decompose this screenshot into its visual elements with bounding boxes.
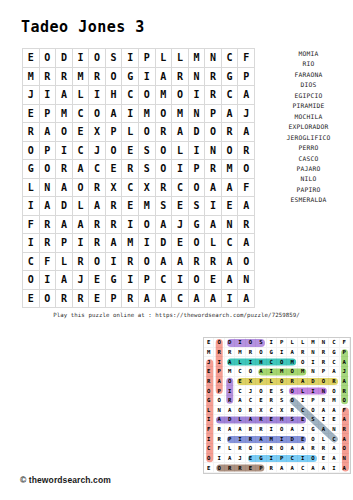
solution-cell-r4c11: N [308,367,318,377]
solution-cell-r11c11: O [308,434,318,444]
solution-cell-r13c4: J [235,454,245,464]
grid-cell-r3c13: C [222,86,239,105]
solution-cell-r2c5: R [246,348,256,358]
solution-cell-r12c10: A [298,444,308,454]
solution-cell-r9c12: I [319,415,329,425]
grid-cell-r3c2: I [40,86,57,105]
solution-cell-r12c14: O [340,444,350,454]
solution-cell-r11c2: R [214,434,224,444]
grid-cell-r9c3: D [56,197,73,216]
grid-cell-r6c13: O [222,142,239,161]
solution-cell-r3c1: J [204,357,214,367]
grid-cell-r14c12: A [205,290,222,309]
solution-cell-r2c1: M [204,348,214,358]
solution-cell-r2c6: O [256,348,266,358]
grid-cell-r11c8: I [139,234,156,253]
grid-cell-r3c5: I [89,86,106,105]
grid-cell-r9c11: S [189,197,206,216]
grid-cell-r1c6: S [106,49,123,68]
solution-cell-r8c8: X [277,406,287,416]
grid-cell-r9c14: A [238,197,255,216]
grid-cell-r6c3: I [56,142,73,161]
solution-cell-r12c7: R [267,444,277,454]
solution-cell-r5c4: E [235,377,245,387]
grid-cell-r3c14: A [238,86,255,105]
solution-cell-r4c1: E [204,367,214,377]
solution-cell-r10c3: A [225,425,235,435]
solution-cell-r3c14: A [340,357,350,367]
grid-cell-r5c6: P [106,123,123,142]
solution-cell-r8c4: O [235,406,245,416]
grid-cell-r3c4: L [73,86,90,105]
grid-cell-r4c10: M [172,105,189,124]
solution-cell-r10c4: A [235,425,245,435]
grid-cell-r5c9: R [156,123,173,142]
grid-cell-r13c13: A [222,271,239,290]
solution-cell-r3c4: L [235,357,245,367]
grid-cell-r14c6: P [106,290,123,309]
grid-cell-r2c12: R [205,68,222,87]
solution-cell-r7c9: O [287,396,297,406]
grid-cell-r13c8: P [139,271,156,290]
word-item-piramide: PIRAMIDE [264,101,353,111]
grid-cell-r1c5: O [89,49,106,68]
grid-cell-r4c7: I [122,105,139,124]
grid-cell-r9c5: A [89,197,106,216]
solution-cell-r1c9: L [287,338,297,348]
solution-cell-r4c7: I [267,367,277,377]
grid-cell-r4c1: E [23,105,40,124]
grid-cell-r6c10: L [172,142,189,161]
solution-cell-r4c3: M [225,367,235,377]
grid-cell-r10c9: A [156,216,173,235]
solution-cell-r3c9: M [287,357,297,367]
grid-cell-r4c5: O [89,105,106,124]
grid-cell-r11c5: R [89,234,106,253]
solution-cell-r10c1: F [204,425,214,435]
grid-cell-r2c5: R [89,68,106,87]
solution-cell-r10c11: G [308,425,318,435]
grid-cell-r3c10: O [172,86,189,105]
grid-cell-r7c10: I [172,160,189,179]
solution-cell-r4c12: P [319,367,329,377]
grid-cell-r7c5: C [89,160,106,179]
solution-cell-r3c8: O [277,357,287,367]
grid-cell-r8c8: X [139,179,156,198]
grid-cell-r4c3: M [56,105,73,124]
grid-cell-r11c11: O [189,234,206,253]
grid-cell-r1c13: C [222,49,239,68]
solution-cell-r13c11: O [308,454,318,464]
grid-cell-r9c13: E [222,197,239,216]
grid-cell-r1c3: D [56,49,73,68]
grid-cell-r11c14: A [238,234,255,253]
solution-cell-r10c6: R [256,425,266,435]
solution-cell-r5c5: X [246,377,256,387]
grid-cell-r14c4: R [73,290,90,309]
word-item-casco: CASCO [264,154,353,164]
grid-cell-r13c3: A [56,271,73,290]
grid-cell-r9c8: M [139,197,156,216]
grid-cell-r8c12: A [205,179,222,198]
word-item-nilo: NILO [264,174,353,184]
grid-cell-r10c12: A [205,216,222,235]
solution-cell-r8c13: A [329,406,339,416]
solution-cell-r8c9: R [287,406,297,416]
grid-cell-r5c14: A [238,123,255,142]
grid-cell-r11c4: I [73,234,90,253]
grid-cell-r11c2: R [40,234,57,253]
grid-cell-r14c3: R [56,290,73,309]
solution-cell-r1c6: S [256,338,266,348]
solution-cell-r2c9: A [287,348,297,358]
grid-cell-r11c1: I [23,234,40,253]
grid-cell-r6c7: E [122,142,139,161]
solution-cell-r12c8: O [277,444,287,454]
grid-cell-r5c1: R [23,123,40,142]
solution-cells-layer: EODIOSIPLLMNCFMRRMROGIARNRGPJIALIHCOMOIR… [204,338,350,473]
solution-cell-r1c1: E [204,338,214,348]
grid-cell-r12c7: R [122,253,139,272]
solution-cell-r10c14: R [340,425,350,435]
grid-cell-r8c13: A [222,179,239,198]
solution-cell-r4c14: J [340,367,350,377]
word-item-explorador: EXPLORADOR [264,122,353,132]
solution-cell-r7c5: C [246,396,256,406]
grid-cell-r12c14: O [238,253,255,272]
solution-cell-r1c13: C [329,338,339,348]
grid-cell-r8c2: N [40,179,57,198]
solution-cell-r6c14: R [340,386,350,396]
grid-cell-r2c6: O [106,68,123,87]
solution-cell-r6c7: E [267,386,277,396]
grid-cell-r7c14: O [238,160,255,179]
solution-cell-r2c2: R [214,348,224,358]
grid-cell-r6c6: O [106,142,123,161]
grid-cell-r8c7: C [122,179,139,198]
solution-grid: EODIOSIPLLMNCFMRRMROGIARNRGPJIALIHCOMOIR… [203,337,351,474]
grid-cell-r5c5: X [89,123,106,142]
grid-cell-r11c6: A [106,234,123,253]
grid-cell-r5c13: R [222,123,239,142]
solution-cell-r1c5: O [246,338,256,348]
grid-cell-r6c11: I [189,142,206,161]
grid-cell-r12c13: A [222,253,239,272]
caption-text: Play this puzzle online at : [53,312,155,318]
solution-cell-r10c5: R [246,425,256,435]
solution-cell-r10c9: A [287,425,297,435]
solution-cell-r13c14: N [340,454,350,464]
grid-cell-r8c1: L [23,179,40,198]
grid-cell-r1c4: I [73,49,90,68]
solution-cell-r9c11: S [308,415,318,425]
solution-cell-r3c2: I [214,357,224,367]
solution-cell-r14c6: P [256,463,266,473]
grid-cell-r12c9: A [156,253,173,272]
word-item-momia: MOMIA [264,49,353,59]
grid-cell-r3c11: I [189,86,206,105]
word-item-papiro: PAPIRO [264,185,353,195]
grid-cell-r5c12: O [205,123,222,142]
grid-cell-r14c2: O [40,290,57,309]
word-list: MOMIARIOFARAONADIOSEGIPCIOPIRAMIDEMOCHIL… [264,49,353,206]
solution-cell-r1c2: O [214,338,224,348]
grid-cell-r14c13: I [222,290,239,309]
solution-cell-r12c9: A [287,444,297,454]
solution-cell-r14c11: A [308,463,318,473]
solution-cell-r8c5: R [246,406,256,416]
solution-cell-r6c8: S [277,386,287,396]
grid-cell-r7c4: A [73,160,90,179]
solution-cell-r2c7: G [267,348,277,358]
word-item-mochila: MOCHILA [264,112,353,122]
grid-cell-r5c7: L [122,123,139,142]
grid-cell-r12c1: C [23,253,40,272]
solution-cell-r4c10: M [298,367,308,377]
grid-cell-r6c4: C [73,142,90,161]
solution-cell-r11c9: D [287,434,297,444]
grid-cell-r8c14: F [238,179,255,198]
solution-cell-r5c2: A [214,377,224,387]
grid-cell-r4c13: A [222,105,239,124]
solution-cell-r13c7: I [267,454,277,464]
grid-cell-r10c1: F [23,216,40,235]
grid-cell-r2c9: A [156,68,173,87]
grid-cell-r7c3: R [56,160,73,179]
solution-cell-r2c3: R [225,348,235,358]
grid-cell-r10c11: G [189,216,206,235]
solution-cell-r6c10: L [298,386,308,396]
grid-cell-r10c3: A [56,216,73,235]
grid-cell-r12c12: R [205,253,222,272]
grid-cell-r1c9: L [156,49,173,68]
solution-cell-r11c4: I [235,434,245,444]
grid-cell-r1c2: O [40,49,57,68]
solution-cell-r7c13: M [329,396,339,406]
solution-cell-r9c13: E [329,415,339,425]
solution-cell-r6c12: N [319,386,329,396]
grid-cell-r7c1: G [23,160,40,179]
solution-cell-r9c9: S [287,415,297,425]
grid-cell-r10c5: R [89,216,106,235]
solution-cell-r14c9: A [287,463,297,473]
solution-cell-r11c12: L [319,434,329,444]
solution-cell-r3c6: H [256,357,266,367]
solution-cell-r2c12: R [319,348,329,358]
grid-cell-r1c11: M [189,49,206,68]
grid-cell-r12c11: R [189,253,206,272]
grid-cell-r12c10: A [172,253,189,272]
grid-cell-r2c2: R [40,68,57,87]
grid-cell-r5c3: O [56,123,73,142]
grid-cell-r9c7: E [122,197,139,216]
grid-cell-r8c4: O [73,179,90,198]
grid-cell-r11c9: D [156,234,173,253]
grid-cell-r14c10: C [172,290,189,309]
solution-cell-r5c3: O [225,377,235,387]
solution-cell-r3c11: I [308,357,318,367]
grid-cell-r3c1: J [23,86,40,105]
solution-cell-r13c9: C [287,454,297,464]
solution-cell-r7c3: R [225,396,235,406]
grid-cell-r10c13: N [222,216,239,235]
solution-cell-r1c11: M [308,338,318,348]
solution-cell-r13c5: E [246,454,256,464]
solution-cell-r8c2: N [214,406,224,416]
solution-cell-r9c3: D [225,415,235,425]
solution-cell-r4c5: O [246,367,256,377]
grid-cell-r6c12: N [205,142,222,161]
solution-cell-r10c2: R [214,425,224,435]
solution-cell-r11c7: M [267,434,277,444]
grid-cell-r7c6: E [106,160,123,179]
grid-cell-r10c6: R [106,216,123,235]
grid-cell-r1c14: F [238,49,255,68]
grid-cell-r13c5: E [89,271,106,290]
grid-cell-r2c13: G [222,68,239,87]
solution-cell-r4c8: M [277,367,287,377]
grid-cell-r5c10: A [172,123,189,142]
solution-cell-r12c4: R [235,444,245,454]
grid-cell-r5c4: E [73,123,90,142]
grid-cell-r2c1: M [23,68,40,87]
grid-cell-r3c3: A [56,86,73,105]
solution-cell-r2c11: N [308,348,318,358]
solution-cell-r6c9: O [287,386,297,396]
solution-cell-r5c6: P [256,377,266,387]
solution-cell-r13c12: E [319,454,329,464]
solution-cell-r8c7: C [267,406,277,416]
grid-cell-r10c4: A [73,216,90,235]
solution-cell-r7c6: E [256,396,266,406]
solution-cell-r8c3: A [225,406,235,416]
solution-cell-r5c9: R [287,377,297,387]
puzzle-title: Tadeo Jones 3 [21,18,145,36]
solution-cell-r5c12: O [319,377,329,387]
grid-cell-r1c10: L [172,49,189,68]
grid-cell-r12c4: R [73,253,90,272]
grid-cell-r7c12: R [205,160,222,179]
solution-cell-r11c3: P [225,434,235,444]
solution-cell-r9c6: R [256,415,266,425]
solution-cell-r14c5: E [246,463,256,473]
solution-cell-r10c12: A [319,425,329,435]
grid-cell-r1c1: E [23,49,40,68]
grid-cell-r7c13: M [222,160,239,179]
grid-cell-r7c8: S [139,160,156,179]
solution-cell-r11c5: R [246,434,256,444]
word-item-esmeralda: ESMERALDA [264,195,353,205]
solution-cell-r13c2: I [214,454,224,464]
solution-cell-r13c8: P [277,454,287,464]
grid-cell-r14c1: E [23,290,40,309]
solution-cell-r5c13: R [329,377,339,387]
solution-cell-r4c6: A [256,367,266,377]
online-caption: Play this puzzle online at : https://the… [0,312,353,318]
solution-cell-r7c11: P [308,396,318,406]
grid-cell-r5c11: D [189,123,206,142]
solution-cell-r7c8: S [277,396,287,406]
grid-cell-r8c6: X [106,179,123,198]
grid-cell-r14c7: R [122,290,139,309]
grid-cell-r12c2: F [40,253,57,272]
grid-cell-r1c8: P [139,49,156,68]
solution-cell-r4c2: P [214,367,224,377]
grid-cell-r14c5: E [89,290,106,309]
solution-cell-r9c10: E [298,415,308,425]
solution-cell-r5c14: A [340,377,350,387]
solution-cell-r9c8: M [277,415,287,425]
solution-cell-r6c2: P [214,386,224,396]
solution-cell-r8c12: A [319,406,329,416]
grid-cell-r11c13: C [222,234,239,253]
grid-cell-r4c14: J [238,105,255,124]
grid-cell-r7c9: O [156,160,173,179]
word-item-egipcio: EGIPCIO [264,91,353,101]
solution-cell-r4c9: O [287,367,297,377]
grid-cell-r4c4: C [73,105,90,124]
grid-cell-r7c2: O [40,160,57,179]
solution-cell-r1c7: I [267,338,277,348]
solution-cell-r13c10: I [298,454,308,464]
grid-cell-r13c11: O [189,271,206,290]
grid-cell-r2c11: N [189,68,206,87]
solution-cell-r1c3: D [225,338,235,348]
solution-cell-r9c4: L [235,415,245,425]
solution-cell-r7c10: I [298,396,308,406]
grid-cell-r3c9: M [156,86,173,105]
solution-cell-r12c1: C [204,444,214,454]
solution-cell-r1c12: N [319,338,329,348]
solution-cell-r6c3: I [225,386,235,396]
grid-cell-r6c8: S [139,142,156,161]
grid-cell-r10c8: O [139,216,156,235]
grid-cell-r8c5: R [89,179,106,198]
solution-cell-r8c1: L [204,406,214,416]
solution-cell-r6c13: O [329,386,339,396]
grid-cell-r4c12: P [205,105,222,124]
solution-cell-r12c2: F [214,444,224,454]
grid-cell-r7c7: R [122,160,139,179]
solution-cell-r14c2: O [214,463,224,473]
solution-cell-r5c10: A [298,377,308,387]
grid-cell-r14c8: A [139,290,156,309]
grid-cell-r12c3: L [56,253,73,272]
grid-cell-r11c10: E [172,234,189,253]
solution-cell-r6c1: O [204,386,214,396]
grid-cell-r13c9: C [156,271,173,290]
solution-cell-r10c10: J [298,425,308,435]
solution-cell-r9c7: E [267,415,277,425]
grid-cell-r2c14: P [238,68,255,87]
solution-cell-r14c1: E [204,463,214,473]
grid-cell-r13c7: I [122,271,139,290]
solution-cell-r2c8: I [277,348,287,358]
grid-cell-r3c12: R [205,86,222,105]
solution-cell-r13c3: A [225,454,235,464]
grid-cell-r3c8: O [139,86,156,105]
grid-cell-r9c2: A [40,197,57,216]
solution-cell-r9c5: A [246,415,256,425]
grid-cell-r4c8: M [139,105,156,124]
grid-cell-r12c6: I [106,253,123,272]
grid-cell-r12c5: O [89,253,106,272]
grid-cell-r2c4: M [73,68,90,87]
solution-cell-r12c12: R [319,444,329,454]
grid-cell-r8c10: C [172,179,189,198]
solution-cell-r6c5: J [246,386,256,396]
solution-cell-r5c7: L [267,377,277,387]
